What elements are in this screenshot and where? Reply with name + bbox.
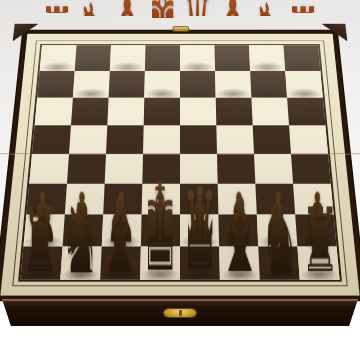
black-knight[interactable]: ♞ — [68, 110, 93, 285]
black-king[interactable]: ♚ — [148, 110, 173, 285]
brass-clasp-icon — [163, 308, 197, 318]
black-rook[interactable]: ♜ — [308, 110, 333, 285]
board-grid: ♜♞♝♚♛♝♞♜♟♟♟♟♟♟♟♟♟♟♟♟♟♟♟♟♜♞♝♚♛♝♞♜ — [18, 44, 342, 282]
black-queen[interactable]: ♛ — [188, 110, 213, 285]
box-front-edge — [2, 299, 358, 326]
black-bishop[interactable]: ♝ — [228, 110, 253, 285]
square-g8[interactable]: ♞ — [60, 247, 101, 280]
black-bishop[interactable]: ♝ — [108, 110, 133, 285]
square-d8[interactable]: ♛ — [180, 247, 220, 280]
corner-guard-icon — [13, 24, 39, 41]
black-knight[interactable]: ♞ — [268, 110, 293, 285]
square-h8[interactable]: ♜ — [20, 247, 62, 280]
square-c8[interactable]: ♝ — [219, 247, 260, 280]
square-b8[interactable]: ♞ — [258, 247, 299, 280]
corner-guard-icon — [321, 24, 347, 41]
square-a8[interactable]: ♜ — [297, 247, 339, 280]
chess-board: ♜♞♝♚♛♝♞♜♟♟♟♟♟♟♟♟♟♟♟♟♟♟♟♟♜♞♝♚♛♝♞♜ — [0, 30, 360, 300]
black-rook[interactable]: ♜ — [28, 110, 53, 285]
